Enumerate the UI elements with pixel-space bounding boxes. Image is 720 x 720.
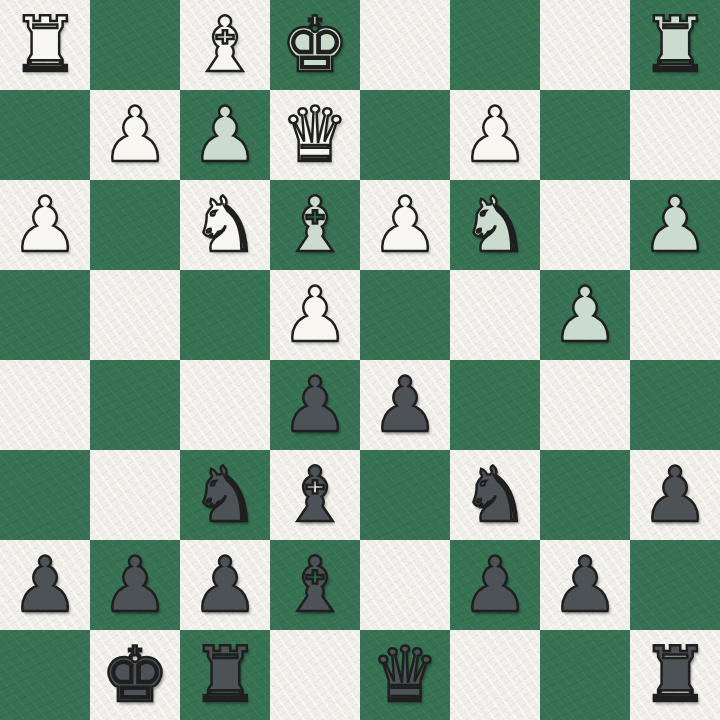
square-h5[interactable] — [0, 360, 90, 450]
square-c6[interactable]: ♞ — [450, 450, 540, 540]
black-rook-piece[interactable]: ♜ — [191, 630, 259, 720]
square-e6[interactable]: ♝ — [270, 450, 360, 540]
square-g7[interactable]: ♟ — [90, 540, 180, 630]
black-pawn-piece[interactable]: ♟ — [11, 540, 79, 630]
black-queen-piece[interactable]: ♛ — [371, 630, 439, 720]
square-c3[interactable]: ♞ — [450, 180, 540, 270]
square-a1[interactable]: ♜ — [630, 0, 720, 90]
square-a8[interactable]: ♜ — [630, 630, 720, 720]
square-g1[interactable] — [90, 0, 180, 90]
square-f2[interactable]: ♟ — [180, 90, 270, 180]
square-f3[interactable]: ♞ — [180, 180, 270, 270]
square-f4[interactable] — [180, 270, 270, 360]
square-e1[interactable]: ♚ — [270, 0, 360, 90]
square-g5[interactable] — [90, 360, 180, 450]
white-pawn-piece[interactable]: ♟ — [11, 180, 79, 270]
square-f1[interactable]: ♝ — [180, 0, 270, 90]
square-a2[interactable] — [630, 90, 720, 180]
white-pawn-piece[interactable]: ♟ — [101, 90, 169, 180]
black-pawn-piece[interactable]: ♟ — [641, 450, 709, 540]
square-a5[interactable] — [630, 360, 720, 450]
square-d5[interactable]: ♟ — [360, 360, 450, 450]
square-d1[interactable] — [360, 0, 450, 90]
white-pawn-piece[interactable]: ♟ — [641, 180, 709, 270]
chess-board: ♜♝♚♜♟♟♛♟♟♞♝♟♞♟♟♟♟♟♞♝♞♟♟♟♟♝♟♟♚♜♛♜ — [0, 0, 720, 720]
square-b2[interactable] — [540, 90, 630, 180]
square-b1[interactable] — [540, 0, 630, 90]
square-g8[interactable]: ♚ — [90, 630, 180, 720]
square-d8[interactable]: ♛ — [360, 630, 450, 720]
white-pawn-piece[interactable]: ♟ — [551, 270, 619, 360]
black-pawn-piece[interactable]: ♟ — [551, 540, 619, 630]
white-bishop-piece[interactable]: ♝ — [191, 0, 259, 90]
square-c7[interactable]: ♟ — [450, 540, 540, 630]
square-d2[interactable] — [360, 90, 450, 180]
black-pawn-piece[interactable]: ♟ — [191, 540, 259, 630]
black-knight-piece[interactable]: ♞ — [191, 450, 259, 540]
square-h7[interactable]: ♟ — [0, 540, 90, 630]
square-c4[interactable] — [450, 270, 540, 360]
square-b4[interactable]: ♟ — [540, 270, 630, 360]
white-knight-piece[interactable]: ♞ — [461, 180, 529, 270]
white-pawn-piece[interactable]: ♟ — [191, 90, 259, 180]
square-b3[interactable] — [540, 180, 630, 270]
black-pawn-piece[interactable]: ♟ — [281, 360, 349, 450]
white-queen-piece[interactable]: ♛ — [281, 90, 349, 180]
square-h4[interactable] — [0, 270, 90, 360]
square-d3[interactable]: ♟ — [360, 180, 450, 270]
square-a3[interactable]: ♟ — [630, 180, 720, 270]
white-rook-piece[interactable]: ♜ — [641, 0, 709, 90]
square-c8[interactable] — [450, 630, 540, 720]
white-bishop-piece[interactable]: ♝ — [281, 180, 349, 270]
square-c5[interactable] — [450, 360, 540, 450]
square-b8[interactable] — [540, 630, 630, 720]
square-d6[interactable] — [360, 450, 450, 540]
black-king-piece[interactable]: ♚ — [101, 630, 169, 720]
square-g2[interactable]: ♟ — [90, 90, 180, 180]
square-e7[interactable]: ♝ — [270, 540, 360, 630]
square-a4[interactable] — [630, 270, 720, 360]
square-b5[interactable] — [540, 360, 630, 450]
square-f8[interactable]: ♜ — [180, 630, 270, 720]
square-f5[interactable] — [180, 360, 270, 450]
black-bishop-piece[interactable]: ♝ — [281, 450, 349, 540]
square-f7[interactable]: ♟ — [180, 540, 270, 630]
white-pawn-piece[interactable]: ♟ — [461, 90, 529, 180]
black-pawn-piece[interactable]: ♟ — [461, 540, 529, 630]
square-b6[interactable] — [540, 450, 630, 540]
square-a7[interactable] — [630, 540, 720, 630]
square-e2[interactable]: ♛ — [270, 90, 360, 180]
black-knight-piece[interactable]: ♞ — [461, 450, 529, 540]
square-a6[interactable]: ♟ — [630, 450, 720, 540]
white-pawn-piece[interactable]: ♟ — [371, 180, 439, 270]
square-e5[interactable]: ♟ — [270, 360, 360, 450]
square-e4[interactable]: ♟ — [270, 270, 360, 360]
square-g3[interactable] — [90, 180, 180, 270]
square-g4[interactable] — [90, 270, 180, 360]
white-rook-piece[interactable]: ♜ — [11, 0, 79, 90]
black-pawn-piece[interactable]: ♟ — [101, 540, 169, 630]
square-h6[interactable] — [0, 450, 90, 540]
white-knight-piece[interactable]: ♞ — [191, 180, 259, 270]
square-c1[interactable] — [450, 0, 540, 90]
square-e3[interactable]: ♝ — [270, 180, 360, 270]
white-king-piece[interactable]: ♚ — [281, 0, 349, 90]
square-h1[interactable]: ♜ — [0, 0, 90, 90]
black-rook-piece[interactable]: ♜ — [641, 630, 709, 720]
square-e8[interactable] — [270, 630, 360, 720]
square-h8[interactable] — [0, 630, 90, 720]
black-pawn-piece[interactable]: ♟ — [371, 360, 439, 450]
square-f6[interactable]: ♞ — [180, 450, 270, 540]
square-h2[interactable] — [0, 90, 90, 180]
square-d7[interactable] — [360, 540, 450, 630]
black-bishop-piece[interactable]: ♝ — [281, 540, 349, 630]
square-c2[interactable]: ♟ — [450, 90, 540, 180]
square-h3[interactable]: ♟ — [0, 180, 90, 270]
white-pawn-piece[interactable]: ♟ — [281, 270, 349, 360]
square-d4[interactable] — [360, 270, 450, 360]
square-b7[interactable]: ♟ — [540, 540, 630, 630]
square-g6[interactable] — [90, 450, 180, 540]
